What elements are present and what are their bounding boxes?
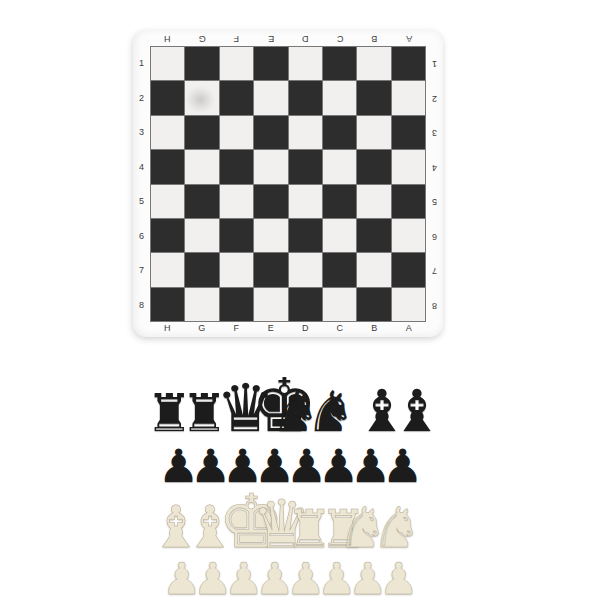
rank-label-3: 3 [135,115,148,150]
file-label-b: B [357,322,392,335]
white-knight-8: ♞ [388,500,422,556]
square-c7 [323,253,356,286]
square-h3 [151,116,184,149]
file-label-d: D [288,32,323,45]
black-pawn-8: ♟ [382,443,414,489]
square-d1 [289,47,322,80]
black-pawn-5: ♟ [286,443,318,489]
white-pawn-5: ♟ [286,557,317,600]
square-c8 [323,288,356,321]
square-a7 [392,253,425,286]
rank-label-7: 7 [135,253,148,288]
square-e7 [254,253,287,286]
file-label-c: C [323,32,358,45]
square-h1 [151,47,184,80]
square-f4 [220,150,253,183]
square-a3 [392,116,425,149]
tray-white-pawns: ♟♟♟♟♟♟♟♟ [0,557,572,600]
rank-label-2: 2 [135,81,148,116]
black-pawn-6: ♟ [318,443,350,489]
square-g6 [185,219,218,252]
rank-label-2: 2 [428,81,441,116]
file-label-h: H [150,322,185,335]
square-e3 [254,116,287,149]
square-e4 [254,150,287,183]
square-b8 [357,288,390,321]
rank-label-4: 4 [135,150,148,185]
square-b1 [357,47,390,80]
black-pawn-7: ♟ [350,443,382,489]
tray-black-pieces: ♜♜♛♚♞♞♝♝ [0,368,572,442]
rank-label-5: 5 [135,184,148,219]
white-pawn-8: ♟ [379,557,410,600]
square-e8 [254,288,287,321]
file-label-a: A [392,322,427,335]
file-label-f: F [219,322,254,335]
rank-label-6: 6 [135,219,148,254]
tray-black-pawns: ♟♟♟♟♟♟♟♟ [0,443,572,489]
tray-white-pieces: ♝♝♚♛♜♜♞♞ [0,484,572,558]
file-labels-bottom: HGFEDCBA [150,322,426,335]
square-g4 [185,150,218,183]
square-g7 [185,253,218,286]
square-a1 [392,47,425,80]
square-e2 [254,81,287,114]
square-d4 [289,150,322,183]
black-rook-1: ♜ [146,387,181,439]
file-label-f: F [219,32,254,45]
square-a4 [392,150,425,183]
square-d5 [289,185,322,218]
square-b6 [357,219,390,252]
white-bishop-2: ♝ [184,498,218,556]
white-king-3: ♚ [218,484,252,558]
square-g2 [185,81,218,114]
square-f6 [220,219,253,252]
square-f2 [220,81,253,114]
chess-board [150,46,426,322]
rank-label-8: 8 [428,288,441,323]
rank-label-7: 7 [428,253,441,288]
square-d3 [289,116,322,149]
file-label-c: C [323,322,358,335]
square-d2 [289,81,322,114]
square-g5 [185,185,218,218]
file-label-h: H [150,32,185,45]
black-bishop-7: ♝ [356,382,391,440]
square-f3 [220,116,253,149]
white-bishop-1: ♝ [150,498,184,556]
black-queen-3: ♛ [216,376,251,442]
square-c5 [323,185,356,218]
rank-label-4: 4 [428,150,441,185]
square-b2 [357,81,390,114]
square-d8 [289,288,322,321]
white-rook-5: ♜ [286,503,320,555]
file-label-a: A [392,32,427,45]
square-b5 [357,185,390,218]
square-b4 [357,150,390,183]
rank-label-5: 5 [428,184,441,219]
file-label-e: E [254,322,289,335]
square-b7 [357,253,390,286]
square-a5 [392,185,425,218]
black-rook-2: ♜ [181,387,216,439]
rank-labels-left: 12345678 [135,46,148,322]
square-g3 [185,116,218,149]
white-pawn-3: ♟ [224,557,255,600]
white-pawn-1: ♟ [162,557,193,600]
white-pawn-7: ♟ [348,557,379,600]
square-e6 [254,219,287,252]
square-h2 [151,81,184,114]
chess-board-mat: HGFEDCBA 12345678 12345678 HGFEDCBA [133,30,443,337]
square-e1 [254,47,287,80]
square-h8 [151,288,184,321]
black-pawn-1: ♟ [158,443,190,489]
rank-label-3: 3 [428,115,441,150]
square-a8 [392,288,425,321]
square-c1 [323,47,356,80]
file-label-e: E [254,32,289,45]
rank-label-8: 8 [135,288,148,323]
file-label-b: B [357,32,392,45]
white-pawn-2: ♟ [193,557,224,600]
square-f7 [220,253,253,286]
square-f5 [220,185,253,218]
file-label-g: G [185,32,220,45]
square-h7 [151,253,184,286]
file-label-d: D [288,322,323,335]
square-c4 [323,150,356,183]
square-a2 [392,81,425,114]
square-c3 [323,116,356,149]
square-a6 [392,219,425,252]
square-h6 [151,219,184,252]
file-labels-top: HGFEDCBA [150,32,426,45]
square-h4 [151,150,184,183]
square-g8 [185,288,218,321]
rank-label-1: 1 [135,46,148,81]
square-d6 [289,219,322,252]
square-c6 [323,219,356,252]
file-label-g: G [185,322,220,335]
black-knight-6: ♞ [321,384,356,440]
rank-labels-right: 12345678 [428,46,441,322]
white-pawn-6: ♟ [317,557,348,600]
square-h5 [151,185,184,218]
square-g1 [185,47,218,80]
white-queen-4: ♛ [252,492,286,558]
square-f1 [220,47,253,80]
white-pawn-4: ♟ [255,557,286,600]
rank-label-6: 6 [428,219,441,254]
square-d7 [289,253,322,286]
black-bishop-8: ♝ [391,382,426,440]
product-photo: HGFEDCBA 12345678 12345678 HGFEDCBA ♜♜♛♚… [0,0,600,600]
square-c2 [323,81,356,114]
square-e5 [254,185,287,218]
square-f8 [220,288,253,321]
square-b3 [357,116,390,149]
rank-label-1: 1 [428,46,441,81]
